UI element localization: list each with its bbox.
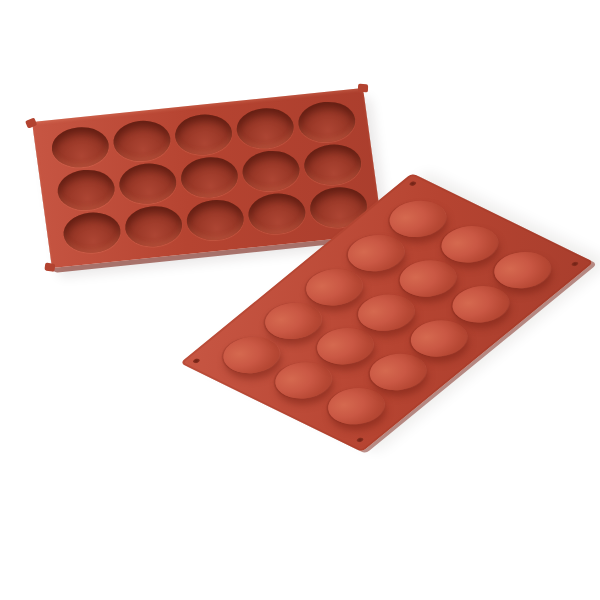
cavity: [111, 118, 173, 164]
cavity: [173, 112, 235, 158]
cavity-grid: [47, 98, 372, 257]
cavity: [184, 197, 246, 243]
cavity: [301, 142, 363, 188]
corner-hole: [570, 261, 579, 267]
corner-hole: [355, 437, 364, 443]
corner-tab: [358, 84, 368, 93]
cavity: [234, 106, 296, 152]
corner-tab: [25, 118, 37, 129]
cavity: [123, 203, 185, 249]
corner-hole: [408, 181, 417, 187]
cavity: [246, 191, 308, 237]
cavity: [55, 167, 117, 213]
cavity: [50, 125, 112, 171]
product-photo: [0, 0, 600, 600]
corner-tab: [44, 262, 55, 271]
corner-hole: [192, 358, 201, 364]
cavity: [240, 148, 302, 194]
cavity: [178, 155, 240, 201]
cavity: [117, 161, 179, 207]
cavity: [295, 100, 357, 146]
cavity: [61, 210, 123, 256]
